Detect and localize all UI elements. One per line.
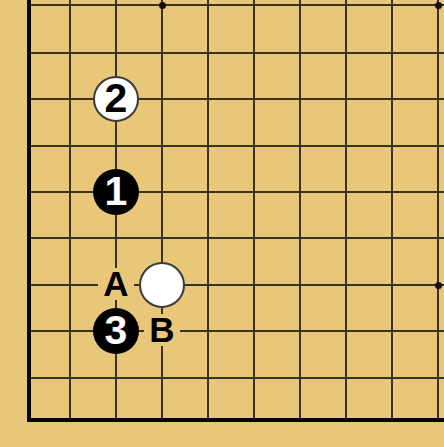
stone-white-2[interactable]: 2 <box>93 76 139 122</box>
grid-line-vertical <box>207 0 209 420</box>
point-label-b[interactable]: B <box>144 314 180 346</box>
stone-black-3[interactable]: 3 <box>93 308 139 354</box>
grid-line-horizontal <box>27 145 444 147</box>
go-board[interactable]: AB123 <box>0 0 444 447</box>
star-point <box>159 2 166 9</box>
grid-line-vertical <box>69 0 71 420</box>
board-edge-left <box>27 0 31 422</box>
grid-line-vertical <box>345 0 347 420</box>
grid-line-horizontal <box>27 237 444 239</box>
grid-line-horizontal <box>27 52 444 54</box>
grid-line-horizontal <box>27 4 444 6</box>
grid-line-vertical <box>299 0 301 420</box>
point-label-a[interactable]: A <box>98 268 134 300</box>
grid-line-horizontal <box>27 98 444 100</box>
grid-line-vertical <box>161 0 163 420</box>
star-point <box>435 282 442 289</box>
grid-line-horizontal <box>27 377 444 379</box>
point-letter: A <box>103 266 128 301</box>
stone-black-1[interactable]: 1 <box>93 169 139 215</box>
grid-line-horizontal <box>27 284 444 286</box>
point-letter: B <box>149 312 174 347</box>
grid-line-horizontal <box>27 191 444 193</box>
board-edge-bottom <box>27 418 444 422</box>
grid-line-horizontal <box>27 330 444 332</box>
stone-number: 1 <box>105 171 128 212</box>
stone-number: 2 <box>105 78 128 119</box>
stone-white-hoshi[interactable] <box>139 262 185 308</box>
star-point <box>435 2 442 9</box>
grid-line-vertical <box>391 0 393 420</box>
grid-line-vertical <box>253 0 255 420</box>
grid-line-vertical <box>437 0 439 420</box>
stone-number: 3 <box>105 310 128 351</box>
